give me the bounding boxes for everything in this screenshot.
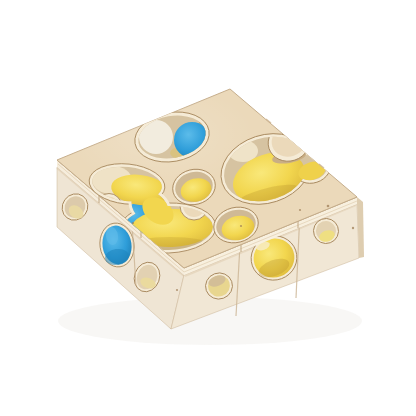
puzzle-box-illustration: [0, 0, 416, 416]
nail-dot: [132, 222, 134, 224]
nail-dot: [327, 205, 330, 208]
nail-dot: [352, 227, 354, 229]
nail-dot: [240, 225, 242, 227]
nail-dot: [176, 289, 178, 291]
product-photo: [0, 0, 416, 416]
nail-dot: [299, 209, 301, 211]
